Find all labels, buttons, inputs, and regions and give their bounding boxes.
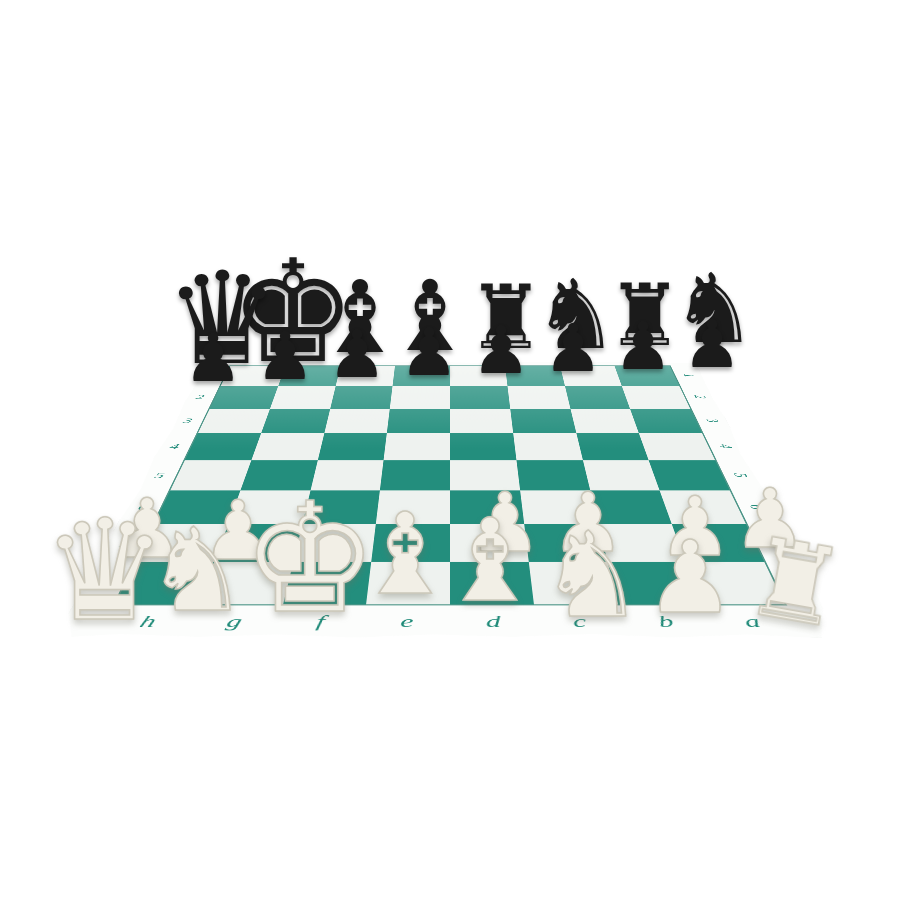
white-queen[interactable]: ♛ [42,501,168,641]
rank-label-left-3: 3 [182,417,194,425]
black-pawn[interactable]: ♟ [471,318,530,384]
rank-label-left-4: 4 [168,442,181,451]
white-rook[interactable]: ♜ [738,521,852,644]
square-a3[interactable] [630,409,702,434]
rank-label-right-2: 2 [690,395,710,398]
black-pawn[interactable]: ♟ [183,326,242,392]
square-g4[interactable] [251,433,324,460]
square-c3[interactable] [510,409,576,434]
square-d4[interactable] [450,433,516,460]
square-h4[interactable] [185,433,261,460]
black-pawn[interactable]: ♟ [399,320,458,386]
square-f4[interactable] [317,433,387,460]
rank-label-right-3: 3 [702,419,723,422]
square-h3[interactable] [198,409,270,434]
square-g3[interactable] [261,409,330,434]
square-a4[interactable] [639,433,715,460]
black-pawn[interactable]: ♟ [543,316,602,382]
square-d2[interactable] [450,386,510,408]
square-e5[interactable] [380,460,450,490]
square-c4[interactable] [513,433,583,460]
white-king[interactable]: ♚ [242,483,378,635]
square-b2[interactable] [565,386,630,408]
white-pawn[interactable]: ♟ [645,528,735,628]
white-knight[interactable]: ♞ [539,516,645,634]
square-f3[interactable] [324,409,390,434]
black-pawn[interactable]: ♟ [327,322,386,388]
square-e4[interactable] [384,433,450,460]
black-pawn[interactable]: ♟ [255,324,314,390]
square-c2[interactable] [507,386,570,408]
square-e3[interactable] [387,409,450,434]
white-bishop[interactable]: ♝ [439,504,541,618]
square-b4[interactable] [576,433,649,460]
rank-label-left-5: 5 [153,470,167,480]
black-pawn[interactable]: ♟ [613,314,672,380]
black-pawn[interactable]: ♟ [682,312,741,378]
square-a2[interactable] [622,386,690,408]
square-d3[interactable] [450,409,513,434]
chess-set-photo: 1122334455667788hgfedcba ♛♚♝♝♜♞♜♞♟♟♟♟♟♟♟… [0,0,900,900]
rank-label-right-4: 4 [714,444,736,448]
square-b3[interactable] [570,409,639,434]
